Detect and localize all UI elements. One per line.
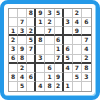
sudoku-board: 8935271234613279258673971646837522647884… [8,8,92,92]
cell-r6c5[interactable] [45,55,54,64]
cell-r1c4[interactable]: 9 [36,9,45,18]
cell-r5c3[interactable]: 7 [27,45,36,54]
cell-r3c1[interactable]: 1 [9,27,18,36]
cell-r7c7[interactable]: 4 [64,64,73,73]
cell-r9c7[interactable]: 1 [64,82,73,91]
cell-r4c4[interactable]: 8 [36,36,45,45]
cell-r3c2[interactable]: 3 [18,27,27,36]
cell-r6c2[interactable]: 8 [18,55,27,64]
cell-r5c5[interactable] [45,45,54,54]
cell-r9c9[interactable] [82,82,91,91]
cell-r2c9[interactable]: 6 [82,18,91,27]
cell-r6c9[interactable]: 2 [82,55,91,64]
cell-r1c1[interactable] [9,9,18,18]
cell-r1c7[interactable] [64,9,73,18]
cell-r4c8[interactable] [73,36,82,45]
cell-r2c3[interactable] [27,18,36,27]
cell-r8c7[interactable] [64,73,73,82]
cell-r8c4[interactable] [36,73,45,82]
cell-r6c3[interactable] [27,55,36,64]
cell-r9c2[interactable]: 5 [18,82,27,91]
cell-r7c3[interactable] [27,64,36,73]
cell-r4c7[interactable] [64,36,73,45]
cell-r6c4[interactable]: 3 [36,55,45,64]
cell-r4c1[interactable]: 2 [9,36,18,45]
cell-r3c9[interactable] [82,27,91,36]
cell-r2c4[interactable]: 1 [36,18,45,27]
cell-r9c6[interactable]: 2 [55,82,64,91]
cell-r4c2[interactable] [18,36,27,45]
cell-r2c8[interactable]: 4 [73,18,82,27]
cell-r2c1[interactable] [9,18,18,27]
cell-r7c9[interactable]: 8 [82,64,91,73]
cell-r3c6[interactable] [55,27,64,36]
cell-r3c3[interactable]: 2 [27,27,36,36]
cell-r8c2[interactable]: 4 [18,73,27,82]
cell-r1c6[interactable]: 5 [55,9,64,18]
cell-r1c5[interactable]: 3 [45,9,54,18]
cell-r7c1[interactable] [9,64,18,73]
cell-r2c5[interactable]: 2 [45,18,54,27]
cell-r9c1[interactable] [9,82,18,91]
cell-r3c7[interactable] [64,27,73,36]
cell-r8c3[interactable]: 6 [27,73,36,82]
cell-r1c2[interactable] [18,9,27,18]
cell-r8c5[interactable]: 1 [45,73,54,82]
cell-r7c6[interactable] [55,64,64,73]
cell-r3c5[interactable]: 7 [45,27,54,36]
cell-r7c2[interactable]: 2 [18,64,27,73]
cell-r4c3[interactable]: 5 [27,36,36,45]
cell-r1c9[interactable] [82,9,91,18]
cell-r8c9[interactable]: 3 [82,73,91,82]
cell-r8c6[interactable]: 9 [55,73,64,82]
cell-r9c5[interactable]: 8 [45,82,54,91]
cell-r8c1[interactable]: 8 [9,73,18,82]
cell-r7c4[interactable] [36,64,45,73]
cell-r6c1[interactable]: 6 [9,55,18,64]
cell-r6c7[interactable]: 5 [64,55,73,64]
cell-r9c8[interactable] [73,82,82,91]
cell-r8c8[interactable]: 5 [73,73,82,82]
cell-r4c5[interactable] [45,36,54,45]
cell-r5c8[interactable] [73,45,82,54]
cell-r3c4[interactable] [36,27,45,36]
cell-r7c8[interactable]: 7 [73,64,82,73]
cell-r3c8[interactable]: 9 [73,27,82,36]
cell-r2c7[interactable]: 3 [64,18,73,27]
cell-r9c3[interactable] [27,82,36,91]
cell-r6c8[interactable] [73,55,82,64]
cell-r1c3[interactable]: 8 [27,9,36,18]
cell-r2c6[interactable] [55,18,64,27]
cell-r4c9[interactable]: 7 [82,36,91,45]
cell-r7c5[interactable]: 6 [45,64,54,73]
cell-r9c4[interactable]: 4 [36,82,45,91]
cell-r4c6[interactable]: 6 [55,36,64,45]
cell-r2c2[interactable]: 7 [18,18,27,27]
cell-r1c8[interactable]: 2 [73,9,82,18]
board-frame: 8935271234613279258673971646837522647884… [0,0,100,100]
cell-r6c6[interactable]: 7 [55,55,64,64]
